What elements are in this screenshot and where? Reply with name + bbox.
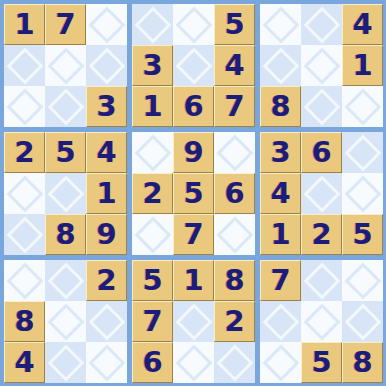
cell-r9c7[interactable]	[260, 342, 301, 383]
given-digit: 8	[224, 266, 244, 295]
cell-r2c2[interactable]	[45, 45, 86, 86]
given-digit: 1	[142, 92, 162, 121]
cell-r4c2[interactable]: 5	[45, 132, 86, 173]
given-digit: 1	[352, 51, 372, 80]
diamond-icon	[47, 88, 84, 125]
given-digit: 6	[311, 138, 331, 167]
cell-r7c2[interactable]	[45, 260, 86, 301]
cell-r7c6[interactable]: 8	[214, 260, 255, 301]
cell-r9c5[interactable]	[173, 342, 214, 383]
diamond-icon	[262, 47, 299, 84]
cell-r5c1[interactable]	[4, 173, 45, 214]
diamond-icon	[6, 88, 43, 125]
cell-r8c5[interactable]	[173, 301, 214, 342]
cell-r4c1[interactable]: 2	[4, 132, 45, 173]
cell-r5c3[interactable]: 1	[86, 173, 127, 214]
cell-r4c4[interactable]	[132, 132, 173, 173]
cell-r2c4[interactable]: 3	[132, 45, 173, 86]
cell-r7c4[interactable]: 5	[132, 260, 173, 301]
diamond-icon	[6, 216, 43, 253]
cell-r2c1[interactable]	[4, 45, 45, 86]
cell-r2c6[interactable]: 4	[214, 45, 255, 86]
cell-r8c6[interactable]: 2	[214, 301, 255, 342]
diamond-icon	[134, 216, 171, 253]
cell-r3c1[interactable]	[4, 86, 45, 127]
cell-r4c5[interactable]: 9	[173, 132, 214, 173]
cell-r7c9[interactable]	[342, 260, 383, 301]
cell-r1c4[interactable]	[132, 4, 173, 45]
given-digit: 8	[14, 307, 34, 336]
cell-r9c9[interactable]: 8	[342, 342, 383, 383]
cell-r8c3[interactable]	[86, 301, 127, 342]
cell-r1c9[interactable]: 4	[342, 4, 383, 45]
sudoku-board: 1754341316782549361256489712525187872465…	[0, 0, 386, 386]
cell-r2c9[interactable]: 1	[342, 45, 383, 86]
given-digit: 7	[183, 220, 203, 249]
cell-r3c5[interactable]: 6	[173, 86, 214, 127]
diamond-icon	[175, 47, 212, 84]
given-digit: 4	[96, 138, 116, 167]
cell-r5c6[interactable]: 6	[214, 173, 255, 214]
diamond-icon	[6, 262, 43, 299]
cell-r6c2[interactable]: 8	[45, 214, 86, 255]
cell-r1c6[interactable]: 5	[214, 4, 255, 45]
diamond-icon	[344, 175, 381, 212]
given-digit: 1	[183, 266, 203, 295]
cell-r2c5[interactable]	[173, 45, 214, 86]
diamond-icon	[262, 6, 299, 43]
given-digit: 6	[183, 92, 203, 121]
cell-r4c3[interactable]: 4	[86, 132, 127, 173]
cell-r8c9[interactable]	[342, 301, 383, 342]
diamond-icon	[303, 6, 340, 43]
cell-r6c9[interactable]: 5	[342, 214, 383, 255]
cell-r3c4[interactable]: 1	[132, 86, 173, 127]
diamond-icon	[47, 47, 84, 84]
diamond-icon	[88, 6, 125, 43]
cell-r8c8[interactable]	[301, 301, 342, 342]
given-digit: 5	[352, 220, 372, 249]
cell-r1c7[interactable]	[260, 4, 301, 45]
given-digit: 1	[96, 179, 116, 208]
diamond-icon	[88, 47, 125, 84]
cell-r8c2[interactable]	[45, 301, 86, 342]
diamond-icon	[216, 134, 253, 171]
cell-r5c8[interactable]	[301, 173, 342, 214]
cell-r7c7[interactable]: 7	[260, 260, 301, 301]
given-digit: 3	[96, 92, 116, 121]
cell-r9c3[interactable]	[86, 342, 127, 383]
given-digit: 9	[183, 138, 203, 167]
cell-r6c6[interactable]	[214, 214, 255, 255]
given-digit: 4	[270, 179, 290, 208]
diamond-icon	[88, 344, 125, 381]
given-digit: 6	[224, 179, 244, 208]
cell-r7c5[interactable]: 1	[173, 260, 214, 301]
given-digit: 7	[142, 307, 162, 336]
diamond-icon	[175, 344, 212, 381]
cell-r1c5[interactable]	[173, 4, 214, 45]
cell-r2c8[interactable]	[301, 45, 342, 86]
given-digit: 5	[311, 348, 331, 377]
cell-r1c8[interactable]	[301, 4, 342, 45]
given-digit: 8	[352, 348, 372, 377]
given-digit: 4	[14, 348, 34, 377]
given-digit: 5	[55, 138, 75, 167]
diamond-icon	[303, 262, 340, 299]
cell-r9c8[interactable]: 5	[301, 342, 342, 383]
diamond-icon	[88, 303, 125, 340]
diamond-icon	[262, 344, 299, 381]
given-digit: 5	[183, 179, 203, 208]
cell-r2c3[interactable]	[86, 45, 127, 86]
diamond-icon	[344, 88, 381, 125]
diamond-icon	[262, 303, 299, 340]
cell-r1c2[interactable]: 7	[45, 4, 86, 45]
diamond-icon	[134, 6, 171, 43]
given-digit: 1	[270, 220, 290, 249]
cell-r6c7[interactable]: 1	[260, 214, 301, 255]
cell-r2c7[interactable]	[260, 45, 301, 86]
diamond-icon	[303, 47, 340, 84]
given-digit: 2	[96, 266, 116, 295]
diamond-icon	[344, 134, 381, 171]
given-digit: 5	[224, 10, 244, 39]
cell-r3c3[interactable]: 3	[86, 86, 127, 127]
cell-r3c6[interactable]: 7	[214, 86, 255, 127]
given-digit: 7	[55, 10, 75, 39]
diamond-icon	[47, 344, 84, 381]
diamond-icon	[47, 175, 84, 212]
cell-r3c8[interactable]	[301, 86, 342, 127]
diamond-icon	[216, 216, 253, 253]
diamond-icon	[175, 303, 212, 340]
given-digit: 2	[311, 220, 331, 249]
cell-r1c3[interactable]	[86, 4, 127, 45]
diamond-icon	[344, 303, 381, 340]
cell-r5c2[interactable]	[45, 173, 86, 214]
diamond-icon	[6, 175, 43, 212]
cell-r5c5[interactable]: 5	[173, 173, 214, 214]
cell-r5c4[interactable]: 2	[132, 173, 173, 214]
cell-r8c4[interactable]: 7	[132, 301, 173, 342]
diamond-icon	[303, 175, 340, 212]
given-digit: 4	[352, 10, 372, 39]
given-digit: 7	[270, 266, 290, 295]
cell-r9c4[interactable]: 6	[132, 342, 173, 383]
cell-r6c4[interactable]	[132, 214, 173, 255]
cell-r3c7[interactable]: 8	[260, 86, 301, 127]
diamond-icon	[47, 303, 84, 340]
diamond-icon	[47, 262, 84, 299]
cell-r7c1[interactable]	[4, 260, 45, 301]
cell-r9c1[interactable]: 4	[4, 342, 45, 383]
diamond-icon	[134, 134, 171, 171]
cell-r4c6[interactable]	[214, 132, 255, 173]
cell-r3c2[interactable]	[45, 86, 86, 127]
diamond-icon	[216, 344, 253, 381]
given-digit: 2	[14, 138, 34, 167]
cell-r6c3[interactable]: 9	[86, 214, 127, 255]
cell-r5c9[interactable]	[342, 173, 383, 214]
cell-r7c8[interactable]	[301, 260, 342, 301]
given-digit: 9	[96, 220, 116, 249]
diamond-icon	[344, 262, 381, 299]
given-digit: 2	[142, 179, 162, 208]
cell-r9c6[interactable]	[214, 342, 255, 383]
given-digit: 8	[270, 92, 290, 121]
given-digit: 8	[55, 220, 75, 249]
given-digit: 1	[14, 10, 34, 39]
cell-r8c7[interactable]	[260, 301, 301, 342]
given-digit: 2	[224, 307, 244, 336]
given-digit: 4	[224, 51, 244, 80]
cell-r8c1[interactable]: 8	[4, 301, 45, 342]
given-digit: 6	[142, 348, 162, 377]
cell-r1c1[interactable]: 1	[4, 4, 45, 45]
diamond-icon	[303, 88, 340, 125]
cell-r4c8[interactable]: 6	[301, 132, 342, 173]
given-digit: 3	[142, 51, 162, 80]
given-digit: 7	[224, 92, 244, 121]
given-digit: 5	[142, 266, 162, 295]
cell-r4c7[interactable]: 3	[260, 132, 301, 173]
cell-r4c9[interactable]	[342, 132, 383, 173]
diamond-icon	[6, 47, 43, 84]
cell-r6c5[interactable]: 7	[173, 214, 214, 255]
cell-r3c9[interactable]	[342, 86, 383, 127]
cell-r6c8[interactable]: 2	[301, 214, 342, 255]
diamond-icon	[175, 6, 212, 43]
cell-r7c3[interactable]: 2	[86, 260, 127, 301]
given-digit: 3	[270, 138, 290, 167]
cell-r5c7[interactable]: 4	[260, 173, 301, 214]
cell-r9c2[interactable]	[45, 342, 86, 383]
cell-r6c1[interactable]	[4, 214, 45, 255]
diamond-icon	[303, 303, 340, 340]
